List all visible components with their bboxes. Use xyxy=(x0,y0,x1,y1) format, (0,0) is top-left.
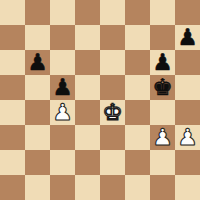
square-a8[interactable] xyxy=(0,0,25,25)
square-d2[interactable] xyxy=(75,150,100,175)
square-c3[interactable] xyxy=(50,125,75,150)
square-f7[interactable] xyxy=(125,25,150,50)
square-d1[interactable] xyxy=(75,175,100,200)
square-b2[interactable] xyxy=(25,150,50,175)
square-c5[interactable]: ♟ xyxy=(50,75,75,100)
square-h1[interactable] xyxy=(175,175,200,200)
square-g6[interactable]: ♟ xyxy=(150,50,175,75)
square-b5[interactable] xyxy=(25,75,50,100)
white-pawn[interactable]: ♟ xyxy=(152,125,173,150)
black-pawn[interactable]: ♟ xyxy=(152,50,173,75)
chess-board: ♟♟♟♟♚♟♚♟♟ xyxy=(0,0,200,200)
square-e8[interactable] xyxy=(100,0,125,25)
square-b6[interactable]: ♟ xyxy=(25,50,50,75)
square-g7[interactable] xyxy=(150,25,175,50)
square-d5[interactable] xyxy=(75,75,100,100)
square-d3[interactable] xyxy=(75,125,100,150)
square-f8[interactable] xyxy=(125,0,150,25)
square-h2[interactable] xyxy=(175,150,200,175)
square-h5[interactable] xyxy=(175,75,200,100)
square-e2[interactable] xyxy=(100,150,125,175)
square-c6[interactable] xyxy=(50,50,75,75)
square-c7[interactable] xyxy=(50,25,75,50)
square-b4[interactable] xyxy=(25,100,50,125)
square-a7[interactable] xyxy=(0,25,25,50)
square-c4[interactable]: ♟ xyxy=(50,100,75,125)
square-a5[interactable] xyxy=(0,75,25,100)
square-a2[interactable] xyxy=(0,150,25,175)
square-h7[interactable]: ♟ xyxy=(175,25,200,50)
square-g4[interactable] xyxy=(150,100,175,125)
square-h8[interactable] xyxy=(175,0,200,25)
square-g1[interactable] xyxy=(150,175,175,200)
square-d4[interactable] xyxy=(75,100,100,125)
square-h4[interactable] xyxy=(175,100,200,125)
square-b7[interactable] xyxy=(25,25,50,50)
square-e4[interactable]: ♚ xyxy=(100,100,125,125)
square-b3[interactable] xyxy=(25,125,50,150)
square-a3[interactable] xyxy=(0,125,25,150)
black-pawn[interactable]: ♟ xyxy=(177,25,198,50)
square-g5[interactable]: ♚ xyxy=(150,75,175,100)
square-e3[interactable] xyxy=(100,125,125,150)
square-g2[interactable] xyxy=(150,150,175,175)
black-pawn[interactable]: ♟ xyxy=(52,75,73,100)
square-c1[interactable] xyxy=(50,175,75,200)
square-e7[interactable] xyxy=(100,25,125,50)
square-a6[interactable] xyxy=(0,50,25,75)
square-f6[interactable] xyxy=(125,50,150,75)
square-f1[interactable] xyxy=(125,175,150,200)
white-pawn[interactable]: ♟ xyxy=(52,100,73,125)
square-c2[interactable] xyxy=(50,150,75,175)
square-d8[interactable] xyxy=(75,0,100,25)
square-g3[interactable]: ♟ xyxy=(150,125,175,150)
square-d7[interactable] xyxy=(75,25,100,50)
square-f4[interactable] xyxy=(125,100,150,125)
square-b1[interactable] xyxy=(25,175,50,200)
square-g8[interactable] xyxy=(150,0,175,25)
square-h6[interactable] xyxy=(175,50,200,75)
square-d6[interactable] xyxy=(75,50,100,75)
white-pawn[interactable]: ♟ xyxy=(177,125,198,150)
square-e1[interactable] xyxy=(100,175,125,200)
square-f2[interactable] xyxy=(125,150,150,175)
square-e5[interactable] xyxy=(100,75,125,100)
square-f3[interactable] xyxy=(125,125,150,150)
black-king[interactable]: ♚ xyxy=(152,75,173,100)
white-king[interactable]: ♚ xyxy=(102,100,123,125)
black-pawn[interactable]: ♟ xyxy=(27,50,48,75)
square-b8[interactable] xyxy=(25,0,50,25)
square-c8[interactable] xyxy=(50,0,75,25)
square-a4[interactable] xyxy=(0,100,25,125)
square-e6[interactable] xyxy=(100,50,125,75)
square-h3[interactable]: ♟ xyxy=(175,125,200,150)
square-f5[interactable] xyxy=(125,75,150,100)
square-a1[interactable] xyxy=(0,175,25,200)
